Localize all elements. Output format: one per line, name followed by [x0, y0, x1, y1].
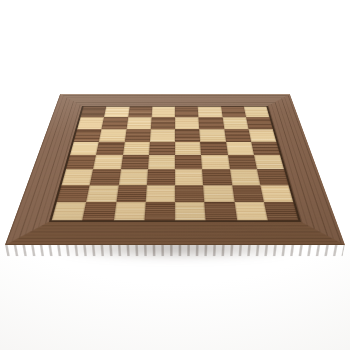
square-h5: [251, 142, 280, 155]
square-e2: [175, 185, 205, 202]
square-e1: [175, 202, 206, 220]
square-g3: [230, 169, 261, 185]
square-b8: [104, 107, 129, 118]
square-a4: [66, 155, 96, 169]
square-d3: [147, 169, 175, 185]
square-f5: [200, 142, 227, 155]
square-a1: [52, 202, 87, 220]
square-b5: [96, 142, 124, 155]
square-g4: [228, 155, 257, 169]
square-h6: [248, 129, 276, 141]
square-c6: [124, 129, 150, 141]
photo-background: [0, 0, 350, 350]
square-a8: [81, 107, 107, 118]
square-d5: [149, 142, 175, 155]
square-h4: [254, 155, 284, 169]
chess-board: [5, 94, 345, 245]
square-g7: [222, 117, 248, 129]
square-b6: [99, 129, 126, 141]
square-e5: [175, 142, 201, 155]
square-d6: [150, 129, 175, 141]
square-g1: [234, 202, 267, 220]
square-c7: [126, 117, 151, 129]
square-f7: [199, 117, 224, 129]
square-e8: [175, 107, 199, 118]
board-frame: [5, 94, 345, 245]
square-b4: [93, 155, 122, 169]
square-a3: [62, 169, 94, 185]
square-e4: [175, 155, 202, 169]
square-d1: [144, 202, 175, 220]
square-e3: [175, 169, 203, 185]
square-f3: [202, 169, 231, 185]
square-b2: [86, 185, 118, 202]
square-a7: [77, 117, 104, 129]
square-a6: [74, 129, 102, 141]
square-f8: [198, 107, 222, 118]
frame-bottom-rail: [5, 222, 345, 245]
square-e6: [175, 129, 200, 141]
square-b1: [83, 202, 116, 220]
frame-right-rail: [265, 94, 345, 245]
square-c3: [118, 169, 147, 185]
square-c4: [120, 155, 148, 169]
square-d4: [148, 155, 175, 169]
square-d2: [145, 185, 175, 202]
square-g6: [224, 129, 251, 141]
square-c1: [113, 202, 145, 220]
board-scene: [38, 18, 312, 292]
frame-top-rail: [56, 94, 294, 106]
square-g8: [221, 107, 246, 118]
square-f6: [199, 129, 225, 141]
square-c5: [123, 142, 150, 155]
square-a2: [57, 185, 90, 202]
square-f2: [203, 185, 234, 202]
square-c2: [116, 185, 147, 202]
square-h1: [264, 202, 299, 220]
board-grid: [49, 106, 301, 222]
square-a5: [70, 142, 99, 155]
square-e7: [175, 117, 199, 129]
board-edge-side: [5, 245, 345, 256]
square-d7: [151, 117, 175, 129]
square-d8: [151, 107, 175, 118]
square-h7: [246, 117, 273, 129]
square-g2: [232, 185, 264, 202]
square-h2: [260, 185, 293, 202]
square-f1: [205, 202, 237, 220]
frame-left-rail: [5, 94, 85, 245]
square-c8: [128, 107, 152, 118]
square-h3: [257, 169, 289, 185]
square-f4: [201, 155, 229, 169]
square-b3: [90, 169, 121, 185]
square-g5: [226, 142, 254, 155]
square-h8: [244, 107, 270, 118]
square-b7: [102, 117, 128, 129]
